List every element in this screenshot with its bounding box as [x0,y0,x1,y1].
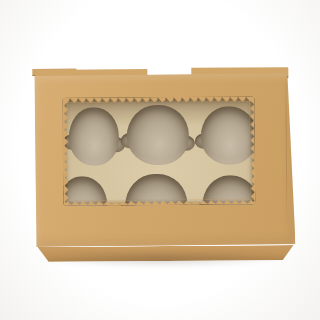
cupcake-cavity [63,176,108,205]
cupcake-cavity [127,105,189,165]
display-window [63,96,256,205]
cavity-hollow [127,105,189,165]
cavity-lobe-right [176,205,193,206]
cavity-hollow [69,107,119,165]
cupcake-box [32,67,295,269]
cavity-hollow [201,106,256,164]
box-crease-line [285,79,287,227]
cupcake-insert-tray [63,96,256,205]
cavity-hollow [125,174,187,206]
cavity-hollow [202,175,255,205]
box-front-panel [32,73,295,247]
cupcake-cavity [201,106,256,164]
cupcake-cavity [202,175,255,205]
cupcake-cavity [125,174,187,206]
photo-canvas [0,0,320,320]
cavity-hollow [63,176,108,205]
cupcake-cavity [69,107,119,165]
ground-shadow [30,252,292,268]
